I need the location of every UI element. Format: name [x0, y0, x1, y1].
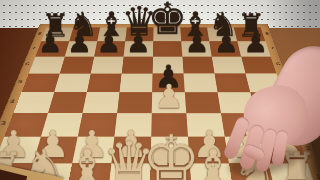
square-g5[interactable] — [215, 74, 251, 93]
board-perspective: ♜♞♝♛♚♝♞♜♟♟♟♟♟♟♟♟♟♟♟♟♟♟♟♟♜♞♝♛♚♝♞♜ 8765432… — [0, 0, 320, 180]
square-c6[interactable] — [91, 57, 124, 74]
rank-label-left-5: 5 — [15, 80, 26, 84]
square-h6[interactable] — [241, 57, 276, 74]
square-h5[interactable] — [245, 74, 282, 93]
piece-white-pawn[interactable]: ♟ — [136, 80, 202, 113]
square-h4[interactable] — [250, 92, 290, 113]
square-c5[interactable] — [87, 74, 122, 93]
rank-label-right-8: 8 — [263, 32, 272, 35]
rank-label-right-6: 6 — [273, 62, 283, 66]
square-d7[interactable]: ♟ — [124, 41, 154, 56]
rank-label-left-6: 6 — [22, 62, 32, 66]
square-g4[interactable] — [218, 92, 256, 113]
square-b4[interactable] — [48, 92, 87, 113]
rank-label-right-5: 5 — [279, 80, 290, 84]
square-b5[interactable] — [54, 74, 91, 93]
rank-label-left-4: 4 — [7, 99, 19, 104]
chess-board: ♜♞♝♛♚♝♞♜♟♟♟♟♟♟♟♟♟♟♟♟♟♟♟♟♜♞♝♛♚♝♞♜ 8765432… — [0, 24, 320, 180]
rank-label-right-4: 4 — [286, 99, 297, 104]
square-g6[interactable] — [212, 57, 246, 74]
rank-label-right-7: 7 — [268, 46, 277, 50]
rank-label-left-8: 8 — [35, 32, 44, 35]
square-e4[interactable]: ♟ — [152, 92, 187, 113]
square-h7[interactable]: ♟ — [237, 41, 270, 56]
rank-label-left-7: 7 — [29, 46, 39, 50]
video-frame: ♜♞♝♛♚♝♞♜♟♟♟♟♟♟♟♟♟♟♟♟♟♟♟♟♜♞♝♛♚♝♞♜ 8765432… — [0, 0, 320, 180]
piece-black-pawn[interactable]: ♟ — [228, 28, 284, 56]
piece-black-pawn[interactable]: ♟ — [110, 28, 166, 56]
board-grid: ♜♞♝♛♚♝♞♜♟♟♟♟♟♟♟♟♟♟♟♟♟♟♟♟♜♞♝♛♚♝♞♜ — [0, 27, 318, 180]
square-c4[interactable] — [83, 92, 120, 113]
square-b6[interactable] — [60, 57, 94, 74]
